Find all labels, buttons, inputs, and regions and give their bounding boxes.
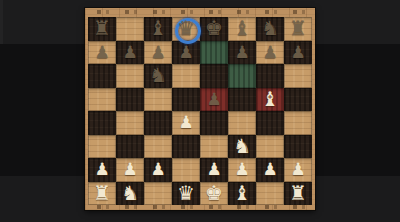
piece-black-pawn-g7[interactable]: ♟ xyxy=(262,41,277,64)
square-d7[interactable]: ♟ xyxy=(172,41,200,65)
square-e2[interactable]: ♟ xyxy=(200,158,228,182)
piece-white-rook-h1[interactable]: ♜ xyxy=(289,182,307,205)
square-c6[interactable]: ♞ xyxy=(144,64,172,88)
square-b3[interactable] xyxy=(116,135,144,159)
piece-white-king-e1[interactable]: ♚ xyxy=(205,182,223,205)
square-c5[interactable] xyxy=(144,88,172,112)
piece-black-queen-d8[interactable]: ♛ xyxy=(177,17,195,40)
square-f8[interactable]: ♝ xyxy=(228,17,256,41)
square-g2[interactable]: ♟ xyxy=(256,158,284,182)
piece-black-pawn-d7[interactable]: ♟ xyxy=(178,41,193,64)
square-e3[interactable] xyxy=(200,135,228,159)
square-f6[interactable] xyxy=(228,64,256,88)
square-d1[interactable]: ♛ xyxy=(172,182,200,206)
piece-white-rook-a1[interactable]: ♜ xyxy=(93,182,111,205)
square-a2[interactable]: ♟ xyxy=(88,158,116,182)
square-g6[interactable] xyxy=(256,64,284,88)
square-h1[interactable]: ♜ xyxy=(284,182,312,206)
board-frame-ticks-top xyxy=(89,10,311,14)
square-b7[interactable]: ♟ xyxy=(116,41,144,65)
square-d6[interactable] xyxy=(172,64,200,88)
square-b5[interactable] xyxy=(116,88,144,112)
square-g5[interactable]: ♝ xyxy=(256,88,284,112)
square-h8[interactable]: ♜ xyxy=(284,17,312,41)
square-f4[interactable] xyxy=(228,111,256,135)
piece-black-pawn-f7[interactable]: ♟ xyxy=(234,41,249,64)
piece-white-pawn-e2[interactable]: ♟ xyxy=(206,158,221,181)
piece-white-pawn-c2[interactable]: ♟ xyxy=(150,158,165,181)
piece-black-bishop-f8[interactable]: ♝ xyxy=(233,17,251,40)
piece-black-bishop-c8[interactable]: ♝ xyxy=(149,17,167,40)
square-a7[interactable]: ♟ xyxy=(88,41,116,65)
square-h5[interactable] xyxy=(284,88,312,112)
square-g8[interactable]: ♞ xyxy=(256,17,284,41)
square-a4[interactable] xyxy=(88,111,116,135)
square-a6[interactable] xyxy=(88,64,116,88)
page: { "game": "chess", "position": { "fen": … xyxy=(0,0,400,222)
square-e4[interactable] xyxy=(200,111,228,135)
piece-white-pawn-a2[interactable]: ♟ xyxy=(94,158,109,181)
square-b6[interactable] xyxy=(116,64,144,88)
piece-white-pawn-b2[interactable]: ♟ xyxy=(122,158,137,181)
square-d4[interactable]: ♟ xyxy=(172,111,200,135)
square-a8[interactable]: ♜ xyxy=(88,17,116,41)
square-c8[interactable]: ♝ xyxy=(144,17,172,41)
square-b4[interactable] xyxy=(116,111,144,135)
board-grid: ♜♝♛♚♝♞♜♟♟♟♟♟♟♟♞♟♝♟♞♟♟♟♟♟♟♟♜♞♛♚♝♜ xyxy=(88,17,312,205)
piece-black-pawn-h7[interactable]: ♟ xyxy=(290,41,305,64)
square-g4[interactable] xyxy=(256,111,284,135)
square-f5[interactable] xyxy=(228,88,256,112)
piece-black-pawn-a7[interactable]: ♟ xyxy=(94,41,109,64)
piece-white-knight-f3[interactable]: ♞ xyxy=(233,135,251,158)
piece-white-bishop-f1[interactable]: ♝ xyxy=(233,182,251,205)
piece-black-king-e8[interactable]: ♚ xyxy=(205,17,223,40)
square-c2[interactable]: ♟ xyxy=(144,158,172,182)
square-h7[interactable]: ♟ xyxy=(284,41,312,65)
square-c4[interactable] xyxy=(144,111,172,135)
piece-white-pawn-h2[interactable]: ♟ xyxy=(290,158,305,181)
square-h2[interactable]: ♟ xyxy=(284,158,312,182)
chess-board[interactable]: ♜♝♛♚♝♞♜♟♟♟♟♟♟♟♞♟♝♟♞♟♟♟♟♟♟♟♜♞♛♚♝♜ xyxy=(85,8,315,210)
square-f7[interactable]: ♟ xyxy=(228,41,256,65)
piece-white-queen-d1[interactable]: ♛ xyxy=(177,182,195,205)
square-c3[interactable] xyxy=(144,135,172,159)
square-e7[interactable] xyxy=(200,41,228,65)
square-d5[interactable] xyxy=(172,88,200,112)
piece-white-knight-b1[interactable]: ♞ xyxy=(121,182,139,205)
square-e1[interactable]: ♚ xyxy=(200,182,228,206)
square-d3[interactable] xyxy=(172,135,200,159)
square-f2[interactable]: ♟ xyxy=(228,158,256,182)
square-c1[interactable] xyxy=(144,182,172,206)
square-g7[interactable]: ♟ xyxy=(256,41,284,65)
piece-white-pawn-f2[interactable]: ♟ xyxy=(234,158,249,181)
square-g3[interactable] xyxy=(256,135,284,159)
board-frame-ticks-bottom xyxy=(89,205,311,209)
square-a5[interactable] xyxy=(88,88,116,112)
square-b8[interactable] xyxy=(116,17,144,41)
piece-black-rook-a8[interactable]: ♜ xyxy=(93,17,111,40)
square-f1[interactable]: ♝ xyxy=(228,182,256,206)
square-b1[interactable]: ♞ xyxy=(116,182,144,206)
square-d8[interactable]: ♛ xyxy=(172,17,200,41)
square-h3[interactable] xyxy=(284,135,312,159)
square-h4[interactable] xyxy=(284,111,312,135)
piece-white-pawn-d4[interactable]: ♟ xyxy=(178,111,193,134)
piece-black-knight-g8[interactable]: ♞ xyxy=(261,17,279,40)
piece-black-rook-h8[interactable]: ♜ xyxy=(289,17,307,40)
square-e5[interactable]: ♟ xyxy=(200,88,228,112)
square-g1[interactable] xyxy=(256,182,284,206)
piece-black-pawn-c7[interactable]: ♟ xyxy=(150,41,165,64)
piece-black-pawn-b7[interactable]: ♟ xyxy=(122,41,137,64)
square-a1[interactable]: ♜ xyxy=(88,182,116,206)
square-h6[interactable] xyxy=(284,64,312,88)
square-f3[interactable]: ♞ xyxy=(228,135,256,159)
square-b2[interactable]: ♟ xyxy=(116,158,144,182)
piece-black-pawn-e5[interactable]: ♟ xyxy=(206,88,221,111)
square-e8[interactable]: ♚ xyxy=(200,17,228,41)
square-d2[interactable] xyxy=(172,158,200,182)
square-e6[interactable] xyxy=(200,64,228,88)
piece-white-bishop-g5[interactable]: ♝ xyxy=(261,88,279,111)
piece-black-knight-c6[interactable]: ♞ xyxy=(149,64,167,87)
piece-white-pawn-g2[interactable]: ♟ xyxy=(262,158,277,181)
square-c7[interactable]: ♟ xyxy=(144,41,172,65)
square-a3[interactable] xyxy=(88,135,116,159)
